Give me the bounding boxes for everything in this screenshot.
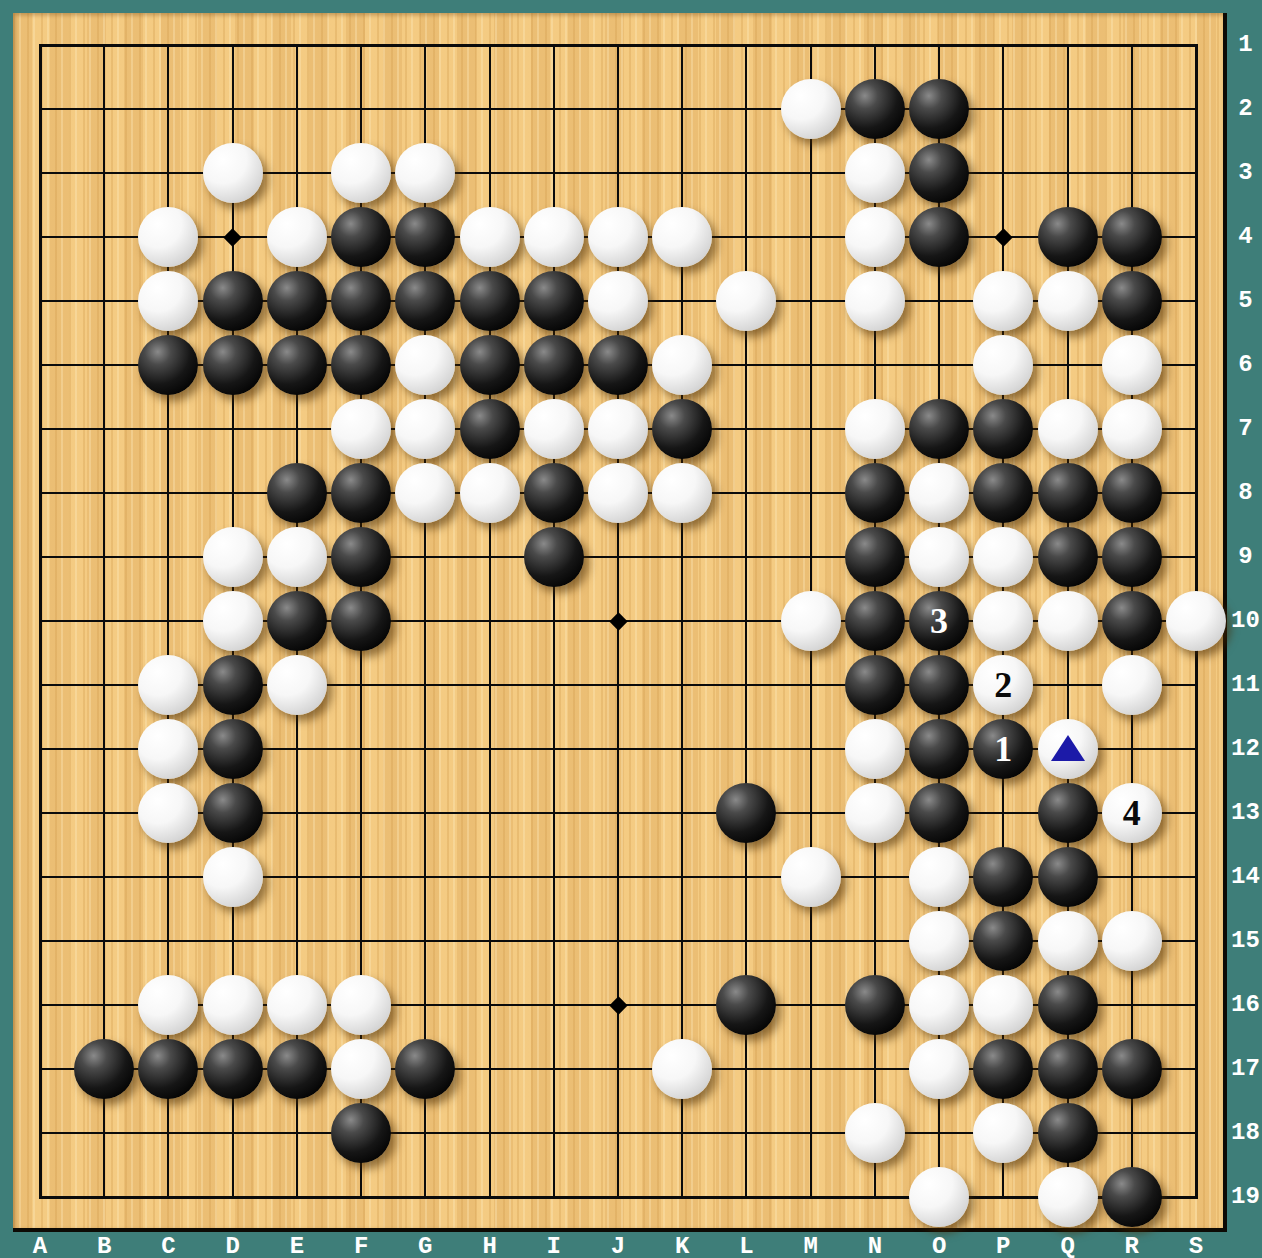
- black-stone-F8: [331, 463, 391, 523]
- white-stone-M10: [781, 591, 841, 651]
- white-stone-E9: [267, 527, 327, 587]
- white-stone-R7: [1102, 399, 1162, 459]
- row-label-11: 11: [1229, 671, 1262, 698]
- row-label-15: 15: [1229, 927, 1262, 954]
- column-label-I: I: [538, 1233, 570, 1258]
- column-label-R: R: [1116, 1233, 1148, 1258]
- white-stone-D10: [203, 591, 263, 651]
- white-stone-D16: [203, 975, 263, 1035]
- white-stone-Q12: [1038, 719, 1098, 779]
- white-stone-C4: [138, 207, 198, 267]
- white-stone-Q10: [1038, 591, 1098, 651]
- white-stone-F16: [331, 975, 391, 1035]
- triangle-marker: [1051, 735, 1085, 761]
- white-stone-G7: [395, 399, 455, 459]
- row-label-6: 6: [1229, 351, 1262, 378]
- white-stone-P18: [973, 1103, 1033, 1163]
- black-stone-R10: [1102, 591, 1162, 651]
- white-stone-M2: [781, 79, 841, 139]
- goban: 3214: [13, 13, 1227, 1232]
- white-stone-Q5: [1038, 271, 1098, 331]
- column-label-D: D: [217, 1233, 249, 1258]
- column-label-E: E: [281, 1233, 313, 1258]
- black-stone-O11: [909, 655, 969, 715]
- white-stone-J7: [588, 399, 648, 459]
- black-stone-R9: [1102, 527, 1162, 587]
- black-stone-Q4: [1038, 207, 1098, 267]
- white-stone-L5: [716, 271, 776, 331]
- black-stone-P17: [973, 1039, 1033, 1099]
- black-stone-N9: [845, 527, 905, 587]
- black-stone-E6: [267, 335, 327, 395]
- black-stone-E17: [267, 1039, 327, 1099]
- black-stone-E8: [267, 463, 327, 523]
- black-stone-O3: [909, 143, 969, 203]
- white-stone-C11: [138, 655, 198, 715]
- black-stone-P14: [973, 847, 1033, 907]
- black-stone-O7: [909, 399, 969, 459]
- white-stone-R15: [1102, 911, 1162, 971]
- column-label-J: J: [602, 1233, 634, 1258]
- white-stone-G3: [395, 143, 455, 203]
- grid-line-horizontal: [39, 1196, 1198, 1199]
- white-stone-D14: [203, 847, 263, 907]
- black-stone-L13: [716, 783, 776, 843]
- white-stone-K17: [652, 1039, 712, 1099]
- white-stone-E4: [267, 207, 327, 267]
- white-stone-N18: [845, 1103, 905, 1163]
- row-label-18: 18: [1229, 1119, 1262, 1146]
- black-stone-P12: 1: [973, 719, 1033, 779]
- white-stone-O16: [909, 975, 969, 1035]
- black-stone-G17: [395, 1039, 455, 1099]
- white-stone-P16: [973, 975, 1033, 1035]
- row-label-12: 12: [1229, 735, 1262, 762]
- move-number-label: 3: [930, 603, 948, 639]
- move-number-label: 2: [994, 667, 1012, 703]
- black-stone-R17: [1102, 1039, 1162, 1099]
- black-stone-Q8: [1038, 463, 1098, 523]
- black-stone-Q13: [1038, 783, 1098, 843]
- white-stone-N12: [845, 719, 905, 779]
- black-stone-R8: [1102, 463, 1162, 523]
- white-stone-D3: [203, 143, 263, 203]
- black-stone-D17: [203, 1039, 263, 1099]
- column-label-B: B: [88, 1233, 120, 1258]
- white-stone-D9: [203, 527, 263, 587]
- black-stone-I9: [524, 527, 584, 587]
- black-stone-O2: [909, 79, 969, 139]
- white-stone-J5: [588, 271, 648, 331]
- row-label-10: 10: [1229, 607, 1262, 634]
- column-label-G: G: [409, 1233, 441, 1258]
- black-stone-F5: [331, 271, 391, 331]
- white-stone-K4: [652, 207, 712, 267]
- black-stone-K7: [652, 399, 712, 459]
- white-stone-O15: [909, 911, 969, 971]
- black-stone-E10: [267, 591, 327, 651]
- white-stone-O9: [909, 527, 969, 587]
- row-label-3: 3: [1229, 159, 1262, 186]
- black-stone-F4: [331, 207, 391, 267]
- white-stone-N7: [845, 399, 905, 459]
- row-label-19: 19: [1229, 1183, 1262, 1210]
- column-label-Q: Q: [1052, 1233, 1084, 1258]
- black-stone-G5: [395, 271, 455, 331]
- white-stone-J8: [588, 463, 648, 523]
- black-stone-B17: [74, 1039, 134, 1099]
- white-stone-G6: [395, 335, 455, 395]
- row-label-8: 8: [1229, 479, 1262, 506]
- white-stone-O17: [909, 1039, 969, 1099]
- black-stone-D6: [203, 335, 263, 395]
- black-stone-O13: [909, 783, 969, 843]
- white-stone-P11: 2: [973, 655, 1033, 715]
- star-point: [994, 228, 1012, 246]
- white-stone-I4: [524, 207, 584, 267]
- black-stone-F18: [331, 1103, 391, 1163]
- white-stone-S10: [1166, 591, 1226, 651]
- black-stone-Q9: [1038, 527, 1098, 587]
- black-stone-I6: [524, 335, 584, 395]
- black-stone-N8: [845, 463, 905, 523]
- row-label-13: 13: [1229, 799, 1262, 826]
- white-stone-P6: [973, 335, 1033, 395]
- white-stone-H4: [460, 207, 520, 267]
- black-stone-N16: [845, 975, 905, 1035]
- row-label-5: 5: [1229, 287, 1262, 314]
- white-stone-K8: [652, 463, 712, 523]
- white-stone-F17: [331, 1039, 391, 1099]
- black-stone-I5: [524, 271, 584, 331]
- black-stone-Q18: [1038, 1103, 1098, 1163]
- black-stone-D5: [203, 271, 263, 331]
- row-label-7: 7: [1229, 415, 1262, 442]
- white-stone-F3: [331, 143, 391, 203]
- white-stone-E16: [267, 975, 327, 1035]
- black-stone-N10: [845, 591, 905, 651]
- black-stone-H7: [460, 399, 520, 459]
- black-stone-D11: [203, 655, 263, 715]
- white-stone-Q19: [1038, 1167, 1098, 1227]
- black-stone-Q16: [1038, 975, 1098, 1035]
- column-label-P: P: [987, 1233, 1019, 1258]
- black-stone-R19: [1102, 1167, 1162, 1227]
- column-label-L: L: [730, 1233, 762, 1258]
- white-stone-R11: [1102, 655, 1162, 715]
- column-label-O: O: [923, 1233, 955, 1258]
- row-label-9: 9: [1229, 543, 1262, 570]
- column-label-S: S: [1180, 1233, 1212, 1258]
- black-stone-H6: [460, 335, 520, 395]
- black-stone-C6: [138, 335, 198, 395]
- black-stone-O10: 3: [909, 591, 969, 651]
- white-stone-P10: [973, 591, 1033, 651]
- white-stone-O8: [909, 463, 969, 523]
- column-label-M: M: [795, 1233, 827, 1258]
- star-point: [609, 996, 627, 1014]
- white-stone-R13: 4: [1102, 783, 1162, 843]
- column-label-A: A: [24, 1233, 56, 1258]
- black-stone-E5: [267, 271, 327, 331]
- black-stone-P8: [973, 463, 1033, 523]
- white-stone-O19: [909, 1167, 969, 1227]
- column-label-H: H: [474, 1233, 506, 1258]
- black-stone-L16: [716, 975, 776, 1035]
- white-stone-N3: [845, 143, 905, 203]
- black-stone-F9: [331, 527, 391, 587]
- move-number-label: 1: [994, 731, 1012, 767]
- black-stone-P7: [973, 399, 1033, 459]
- white-stone-F7: [331, 399, 391, 459]
- black-stone-N11: [845, 655, 905, 715]
- go-diagram: 3214 ABCDEFGHIJKLMNOPQRS 123456789101112…: [0, 0, 1262, 1258]
- white-stone-Q7: [1038, 399, 1098, 459]
- black-stone-J6: [588, 335, 648, 395]
- star-point: [609, 612, 627, 630]
- black-stone-F10: [331, 591, 391, 651]
- column-label-N: N: [859, 1233, 891, 1258]
- black-stone-P15: [973, 911, 1033, 971]
- black-stone-G4: [395, 207, 455, 267]
- white-stone-G8: [395, 463, 455, 523]
- white-stone-N13: [845, 783, 905, 843]
- white-stone-H8: [460, 463, 520, 523]
- white-stone-Q15: [1038, 911, 1098, 971]
- white-stone-C16: [138, 975, 198, 1035]
- black-stone-O4: [909, 207, 969, 267]
- black-stone-D12: [203, 719, 263, 779]
- white-stone-E11: [267, 655, 327, 715]
- white-stone-N4: [845, 207, 905, 267]
- white-stone-C5: [138, 271, 198, 331]
- black-stone-H5: [460, 271, 520, 331]
- black-stone-I8: [524, 463, 584, 523]
- white-stone-C12: [138, 719, 198, 779]
- black-stone-O12: [909, 719, 969, 779]
- white-stone-K6: [652, 335, 712, 395]
- white-stone-P5: [973, 271, 1033, 331]
- star-point: [223, 228, 241, 246]
- row-label-2: 2: [1229, 95, 1262, 122]
- column-label-K: K: [666, 1233, 698, 1258]
- black-stone-Q17: [1038, 1039, 1098, 1099]
- black-stone-N2: [845, 79, 905, 139]
- white-stone-R6: [1102, 335, 1162, 395]
- move-number-label: 4: [1123, 795, 1141, 831]
- white-stone-I7: [524, 399, 584, 459]
- row-label-16: 16: [1229, 991, 1262, 1018]
- black-stone-C17: [138, 1039, 198, 1099]
- black-stone-Q14: [1038, 847, 1098, 907]
- white-stone-N5: [845, 271, 905, 331]
- white-stone-P9: [973, 527, 1033, 587]
- row-label-17: 17: [1229, 1055, 1262, 1082]
- column-label-F: F: [345, 1233, 377, 1258]
- black-stone-R4: [1102, 207, 1162, 267]
- white-stone-C13: [138, 783, 198, 843]
- row-label-14: 14: [1229, 863, 1262, 890]
- black-stone-R5: [1102, 271, 1162, 331]
- white-stone-J4: [588, 207, 648, 267]
- column-label-C: C: [152, 1233, 184, 1258]
- row-label-4: 4: [1229, 223, 1262, 250]
- black-stone-F6: [331, 335, 391, 395]
- black-stone-D13: [203, 783, 263, 843]
- white-stone-M14: [781, 847, 841, 907]
- white-stone-O14: [909, 847, 969, 907]
- row-label-1: 1: [1229, 31, 1262, 58]
